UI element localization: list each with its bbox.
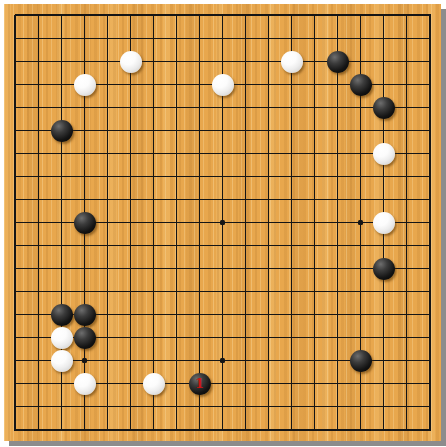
intersection-h8[interactable] [165,257,188,280]
intersection-m4[interactable] [257,349,280,372]
intersection-s18[interactable] [395,27,418,50]
intersection-e9[interactable] [96,234,119,257]
intersection-c2[interactable] [50,395,73,418]
intersection-j4[interactable] [188,349,211,372]
intersection-f4[interactable] [119,349,142,372]
intersection-r7[interactable] [372,280,395,303]
intersection-b1[interactable] [27,418,50,441]
intersection-p2[interactable] [326,395,349,418]
intersection-l11[interactable] [234,188,257,211]
intersection-f10[interactable] [119,211,142,234]
intersection-s12[interactable] [395,165,418,188]
intersection-h10[interactable] [165,211,188,234]
intersection-p1[interactable] [326,418,349,441]
intersection-o14[interactable] [303,119,326,142]
intersection-m12[interactable] [257,165,280,188]
intersection-q7[interactable] [349,280,372,303]
intersection-e16[interactable] [96,73,119,96]
intersection-l5[interactable] [234,326,257,349]
intersection-m11[interactable] [257,188,280,211]
intersection-s13[interactable] [395,142,418,165]
intersection-q15[interactable] [349,96,372,119]
intersection-r4[interactable] [372,349,395,372]
intersection-e13[interactable] [96,142,119,165]
intersection-o4[interactable] [303,349,326,372]
intersection-s19[interactable] [395,4,418,27]
intersection-s14[interactable] [395,119,418,142]
intersection-e17[interactable] [96,50,119,73]
intersection-p10[interactable] [326,211,349,234]
intersection-f17[interactable] [119,50,142,73]
intersection-k18[interactable] [211,27,234,50]
intersection-j3[interactable]: 1 [188,372,211,395]
intersection-e4[interactable] [96,349,119,372]
intersection-f9[interactable] [119,234,142,257]
intersection-j19[interactable] [188,4,211,27]
intersection-g13[interactable] [142,142,165,165]
intersection-l4[interactable] [234,349,257,372]
intersection-o17[interactable] [303,50,326,73]
intersection-q19[interactable] [349,4,372,27]
intersection-l15[interactable] [234,96,257,119]
intersection-r14[interactable] [372,119,395,142]
intersection-g8[interactable] [142,257,165,280]
intersection-t9[interactable] [418,234,441,257]
intersection-s17[interactable] [395,50,418,73]
intersection-o9[interactable] [303,234,326,257]
intersection-c11[interactable] [50,188,73,211]
intersection-b8[interactable] [27,257,50,280]
intersection-e11[interactable] [96,188,119,211]
intersection-f14[interactable] [119,119,142,142]
intersection-m8[interactable] [257,257,280,280]
intersection-n3[interactable] [280,372,303,395]
intersection-p12[interactable] [326,165,349,188]
intersection-h6[interactable] [165,303,188,326]
intersection-o1[interactable] [303,418,326,441]
intersection-h16[interactable] [165,73,188,96]
intersection-h7[interactable] [165,280,188,303]
intersection-q18[interactable] [349,27,372,50]
intersection-k16[interactable] [211,73,234,96]
intersection-f6[interactable] [119,303,142,326]
intersection-l19[interactable] [234,4,257,27]
intersection-q6[interactable] [349,303,372,326]
intersection-f1[interactable] [119,418,142,441]
intersection-f5[interactable] [119,326,142,349]
intersection-t1[interactable] [418,418,441,441]
intersection-m18[interactable] [257,27,280,50]
intersection-g5[interactable] [142,326,165,349]
intersection-e6[interactable] [96,303,119,326]
intersection-n10[interactable] [280,211,303,234]
intersection-n14[interactable] [280,119,303,142]
intersection-d16[interactable] [73,73,96,96]
intersection-t14[interactable] [418,119,441,142]
intersection-j15[interactable] [188,96,211,119]
intersection-d9[interactable] [73,234,96,257]
intersection-s4[interactable] [395,349,418,372]
intersection-j2[interactable] [188,395,211,418]
intersection-t2[interactable] [418,395,441,418]
intersection-r18[interactable] [372,27,395,50]
intersection-m3[interactable] [257,372,280,395]
intersection-q3[interactable] [349,372,372,395]
intersection-c14[interactable] [50,119,73,142]
intersection-g17[interactable] [142,50,165,73]
intersection-c10[interactable] [50,211,73,234]
intersection-t19[interactable] [418,4,441,27]
intersection-n18[interactable] [280,27,303,50]
intersection-p19[interactable] [326,4,349,27]
intersection-h17[interactable] [165,50,188,73]
intersection-b13[interactable] [27,142,50,165]
intersection-j16[interactable] [188,73,211,96]
intersection-f13[interactable] [119,142,142,165]
intersection-k3[interactable] [211,372,234,395]
intersection-n4[interactable] [280,349,303,372]
intersection-c1[interactable] [50,418,73,441]
intersection-f18[interactable] [119,27,142,50]
intersection-a16[interactable] [4,73,27,96]
intersection-d11[interactable] [73,188,96,211]
intersection-k9[interactable] [211,234,234,257]
intersection-k6[interactable] [211,303,234,326]
intersection-a6[interactable] [4,303,27,326]
intersection-m13[interactable] [257,142,280,165]
intersection-l7[interactable] [234,280,257,303]
intersection-p11[interactable] [326,188,349,211]
intersection-m10[interactable] [257,211,280,234]
intersection-s3[interactable] [395,372,418,395]
intersection-o13[interactable] [303,142,326,165]
intersection-g4[interactable] [142,349,165,372]
intersection-e2[interactable] [96,395,119,418]
intersection-s7[interactable] [395,280,418,303]
intersection-a1[interactable] [4,418,27,441]
intersection-s6[interactable] [395,303,418,326]
intersection-j5[interactable] [188,326,211,349]
intersection-j9[interactable] [188,234,211,257]
intersection-r1[interactable] [372,418,395,441]
intersection-h2[interactable] [165,395,188,418]
intersection-p6[interactable] [326,303,349,326]
intersection-k19[interactable] [211,4,234,27]
intersection-m15[interactable] [257,96,280,119]
intersection-r9[interactable] [372,234,395,257]
intersection-b15[interactable] [27,96,50,119]
intersection-l2[interactable] [234,395,257,418]
intersection-f19[interactable] [119,4,142,27]
intersection-m2[interactable] [257,395,280,418]
intersection-h13[interactable] [165,142,188,165]
intersection-a12[interactable] [4,165,27,188]
intersection-p13[interactable] [326,142,349,165]
intersection-s8[interactable] [395,257,418,280]
intersection-t12[interactable] [418,165,441,188]
intersection-b18[interactable] [27,27,50,50]
intersection-m5[interactable] [257,326,280,349]
intersection-f12[interactable] [119,165,142,188]
intersection-e10[interactable] [96,211,119,234]
intersection-l9[interactable] [234,234,257,257]
intersection-q5[interactable] [349,326,372,349]
intersection-q8[interactable] [349,257,372,280]
intersection-l12[interactable] [234,165,257,188]
intersection-a8[interactable] [4,257,27,280]
intersection-s5[interactable] [395,326,418,349]
intersection-b12[interactable] [27,165,50,188]
intersection-s15[interactable] [395,96,418,119]
intersection-f11[interactable] [119,188,142,211]
intersection-b7[interactable] [27,280,50,303]
intersection-r2[interactable] [372,395,395,418]
intersection-m17[interactable] [257,50,280,73]
intersection-r3[interactable] [372,372,395,395]
intersection-r16[interactable] [372,73,395,96]
intersection-q14[interactable] [349,119,372,142]
intersection-m14[interactable] [257,119,280,142]
intersection-g3[interactable] [142,372,165,395]
intersection-s1[interactable] [395,418,418,441]
intersection-f8[interactable] [119,257,142,280]
intersection-b16[interactable] [27,73,50,96]
intersection-b9[interactable] [27,234,50,257]
intersection-h1[interactable] [165,418,188,441]
intersection-b17[interactable] [27,50,50,73]
intersection-h4[interactable] [165,349,188,372]
intersection-p7[interactable] [326,280,349,303]
intersection-s9[interactable] [395,234,418,257]
intersection-j10[interactable] [188,211,211,234]
intersection-o7[interactable] [303,280,326,303]
intersection-k2[interactable] [211,395,234,418]
intersection-r11[interactable] [372,188,395,211]
intersection-j13[interactable] [188,142,211,165]
intersection-g18[interactable] [142,27,165,50]
intersection-o12[interactable] [303,165,326,188]
intersection-d10[interactable] [73,211,96,234]
intersection-f3[interactable] [119,372,142,395]
intersection-l16[interactable] [234,73,257,96]
intersection-n19[interactable] [280,4,303,27]
intersection-j6[interactable] [188,303,211,326]
intersection-s10[interactable] [395,211,418,234]
intersection-d5[interactable] [73,326,96,349]
intersection-m6[interactable] [257,303,280,326]
intersection-e1[interactable] [96,418,119,441]
intersection-q11[interactable] [349,188,372,211]
intersection-k10[interactable] [211,211,234,234]
intersection-n2[interactable] [280,395,303,418]
intersection-a9[interactable] [4,234,27,257]
intersection-d6[interactable] [73,303,96,326]
intersection-d8[interactable] [73,257,96,280]
intersection-l14[interactable] [234,119,257,142]
intersection-l3[interactable] [234,372,257,395]
intersection-c13[interactable] [50,142,73,165]
intersection-e19[interactable] [96,4,119,27]
intersection-l17[interactable] [234,50,257,73]
intersection-a10[interactable] [4,211,27,234]
intersection-k14[interactable] [211,119,234,142]
intersection-j11[interactable] [188,188,211,211]
intersection-e7[interactable] [96,280,119,303]
intersection-g14[interactable] [142,119,165,142]
intersection-t5[interactable] [418,326,441,349]
intersection-l1[interactable] [234,418,257,441]
intersection-a3[interactable] [4,372,27,395]
intersection-j17[interactable] [188,50,211,73]
intersection-q10[interactable] [349,211,372,234]
intersection-r19[interactable] [372,4,395,27]
intersection-k8[interactable] [211,257,234,280]
intersection-n7[interactable] [280,280,303,303]
intersection-p18[interactable] [326,27,349,50]
intersection-m16[interactable] [257,73,280,96]
intersection-g16[interactable] [142,73,165,96]
intersection-p5[interactable] [326,326,349,349]
intersection-f2[interactable] [119,395,142,418]
intersection-q2[interactable] [349,395,372,418]
intersection-d13[interactable] [73,142,96,165]
intersection-o3[interactable] [303,372,326,395]
intersection-l10[interactable] [234,211,257,234]
intersection-p3[interactable] [326,372,349,395]
intersection-n6[interactable] [280,303,303,326]
intersection-s16[interactable] [395,73,418,96]
intersection-c12[interactable] [50,165,73,188]
intersection-c8[interactable] [50,257,73,280]
intersection-d19[interactable] [73,4,96,27]
intersection-n12[interactable] [280,165,303,188]
intersection-n5[interactable] [280,326,303,349]
intersection-o18[interactable] [303,27,326,50]
intersection-e18[interactable] [96,27,119,50]
intersection-j12[interactable] [188,165,211,188]
intersection-d17[interactable] [73,50,96,73]
intersection-r5[interactable] [372,326,395,349]
intersection-q13[interactable] [349,142,372,165]
intersection-t7[interactable] [418,280,441,303]
intersection-t8[interactable] [418,257,441,280]
intersection-f7[interactable] [119,280,142,303]
intersection-h12[interactable] [165,165,188,188]
intersection-c15[interactable] [50,96,73,119]
intersection-o6[interactable] [303,303,326,326]
intersection-r10[interactable] [372,211,395,234]
intersection-a19[interactable] [4,4,27,27]
intersection-r6[interactable] [372,303,395,326]
intersection-r17[interactable] [372,50,395,73]
intersection-s11[interactable] [395,188,418,211]
intersection-c17[interactable] [50,50,73,73]
intersection-m19[interactable] [257,4,280,27]
intersection-c16[interactable] [50,73,73,96]
intersection-a13[interactable] [4,142,27,165]
intersection-e14[interactable] [96,119,119,142]
intersection-k17[interactable] [211,50,234,73]
intersection-r12[interactable] [372,165,395,188]
intersection-o8[interactable] [303,257,326,280]
intersection-o15[interactable] [303,96,326,119]
intersection-c9[interactable] [50,234,73,257]
intersection-b5[interactable] [27,326,50,349]
intersection-g7[interactable] [142,280,165,303]
intersection-a15[interactable] [4,96,27,119]
intersection-l18[interactable] [234,27,257,50]
intersection-a4[interactable] [4,349,27,372]
intersection-l6[interactable] [234,303,257,326]
intersection-g1[interactable] [142,418,165,441]
intersection-e5[interactable] [96,326,119,349]
intersection-n11[interactable] [280,188,303,211]
intersection-r15[interactable] [372,96,395,119]
intersection-k5[interactable] [211,326,234,349]
intersection-l8[interactable] [234,257,257,280]
intersection-q16[interactable] [349,73,372,96]
intersection-s2[interactable] [395,395,418,418]
intersection-t13[interactable] [418,142,441,165]
intersection-j18[interactable] [188,27,211,50]
intersection-p4[interactable] [326,349,349,372]
intersection-b6[interactable] [27,303,50,326]
intersection-m1[interactable] [257,418,280,441]
intersection-t16[interactable] [418,73,441,96]
intersection-p15[interactable] [326,96,349,119]
intersection-k1[interactable] [211,418,234,441]
intersection-h3[interactable] [165,372,188,395]
intersection-c6[interactable] [50,303,73,326]
intersection-c19[interactable] [50,4,73,27]
intersection-k13[interactable] [211,142,234,165]
intersection-d15[interactable] [73,96,96,119]
intersection-k11[interactable] [211,188,234,211]
intersection-b10[interactable] [27,211,50,234]
intersection-d4[interactable] [73,349,96,372]
intersection-c5[interactable] [50,326,73,349]
intersection-q17[interactable] [349,50,372,73]
intersection-h14[interactable] [165,119,188,142]
intersection-r8[interactable] [372,257,395,280]
intersection-g9[interactable] [142,234,165,257]
intersection-n17[interactable] [280,50,303,73]
intersection-h11[interactable] [165,188,188,211]
intersection-g19[interactable] [142,4,165,27]
intersection-c3[interactable] [50,372,73,395]
intersection-a17[interactable] [4,50,27,73]
intersection-h15[interactable] [165,96,188,119]
intersection-n16[interactable] [280,73,303,96]
intersection-m7[interactable] [257,280,280,303]
intersection-d3[interactable] [73,372,96,395]
intersection-a7[interactable] [4,280,27,303]
intersection-m9[interactable] [257,234,280,257]
intersection-a11[interactable] [4,188,27,211]
intersection-o10[interactable] [303,211,326,234]
intersection-g10[interactable] [142,211,165,234]
intersection-g6[interactable] [142,303,165,326]
intersection-g15[interactable] [142,96,165,119]
intersection-h9[interactable] [165,234,188,257]
intersection-h19[interactable] [165,4,188,27]
intersection-t4[interactable] [418,349,441,372]
intersection-e12[interactable] [96,165,119,188]
intersection-k4[interactable] [211,349,234,372]
intersection-c18[interactable] [50,27,73,50]
intersection-n15[interactable] [280,96,303,119]
intersection-h5[interactable] [165,326,188,349]
